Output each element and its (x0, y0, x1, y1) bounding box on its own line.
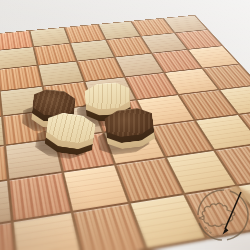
svg-text:www.·········: www.········· (203, 225, 227, 239)
watermark-url-text: www.········· (203, 225, 227, 239)
game-piece-light (45, 111, 96, 145)
bird-logo-icon (199, 203, 235, 226)
quill-pen-icon (223, 192, 242, 235)
game-piece-light (84, 81, 131, 110)
game-piece-dark (104, 106, 155, 139)
photo-stage: www.········· (0, 0, 250, 250)
maker-watermark: www.········· (194, 186, 250, 246)
